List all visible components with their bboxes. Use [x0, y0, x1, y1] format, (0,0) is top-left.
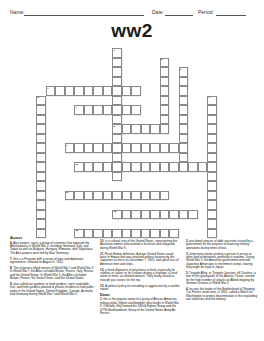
grid-cell[interactable]	[207, 134, 217, 144]
grid-cell[interactable]	[36, 219, 46, 229]
clue-across-13: 13. A political policy of conceding to a…	[100, 285, 180, 292]
grid-cell[interactable]	[131, 229, 141, 239]
grid-cell[interactable]	[160, 124, 170, 134]
clue-down-1: 1. this is the popular name of a group o…	[100, 298, 180, 315]
grid-cell[interactable]	[179, 143, 189, 153]
grid-cell[interactable]	[122, 86, 132, 96]
clue-down-2: 2. war bond consists of debt securities …	[186, 240, 258, 250]
grid-cell[interactable]: 8	[112, 124, 122, 134]
grid-cell[interactable]	[160, 67, 170, 77]
grid-cell[interactable]: 1	[112, 48, 122, 58]
grid-cell[interactable]	[93, 162, 103, 172]
clue-across-12: 12. a fixed allowance of provisions or f…	[100, 269, 180, 283]
grid-cell[interactable]	[112, 67, 122, 77]
clue-across-7: 7. this is a Program with a series of la…	[10, 258, 95, 265]
grid-cell[interactable]: 12	[112, 210, 122, 220]
grid-cell[interactable]	[93, 105, 103, 115]
puzzle-title: ww2	[0, 20, 264, 42]
grid-cell[interactable]	[131, 191, 141, 201]
clue-number: 5	[37, 96, 38, 99]
grid-cell[interactable]	[160, 77, 170, 87]
grid-cell[interactable]	[112, 96, 122, 106]
grid-cell[interactable]	[36, 210, 46, 220]
across-heading: Across	[10, 237, 95, 240]
grid-cell[interactable]	[112, 172, 122, 182]
grid-cell[interactable]	[93, 191, 103, 201]
grid-cell[interactable]	[131, 162, 141, 172]
grid-cell[interactable]	[131, 143, 141, 153]
grid-cell[interactable]	[150, 162, 160, 172]
grid-cell[interactable]	[131, 124, 141, 134]
grid-cell[interactable]	[179, 77, 189, 87]
grid-cell[interactable]	[160, 86, 170, 96]
grid-cell[interactable]	[93, 86, 103, 96]
grid-cell[interactable]	[36, 115, 46, 125]
grid-cell[interactable]	[74, 86, 84, 96]
crossword-grid: 12345678910111213	[36, 48, 217, 238]
grid-cell[interactable]	[112, 115, 122, 125]
grid-cell[interactable]	[36, 143, 46, 153]
clue-number: 12	[113, 210, 116, 213]
grid-cell[interactable]	[207, 191, 217, 201]
grid-cell[interactable]	[74, 191, 84, 201]
grid-cell[interactable]	[141, 162, 151, 172]
grid-cell[interactable]	[103, 86, 113, 96]
grid-cell[interactable]	[179, 86, 189, 96]
grid-cell[interactable]	[179, 124, 189, 134]
grid-cell[interactable]	[179, 105, 189, 115]
grid-cell[interactable]	[93, 143, 103, 153]
grid-cell[interactable]	[179, 134, 189, 144]
grid-cell[interactable]	[103, 143, 113, 153]
grid-cell[interactable]	[131, 105, 141, 115]
grid-cell[interactable]	[84, 86, 94, 96]
clue-number: 10	[75, 163, 78, 166]
clue-down-5: 5. Torpedo Alley, or Torpedo Junction, o…	[186, 272, 258, 286]
clue-across-4: 4. Axis powers, noun, a group of countri…	[10, 242, 95, 256]
clue-number: 4	[47, 87, 48, 90]
grid-cell[interactable]	[103, 162, 113, 172]
grid-cell[interactable]	[160, 96, 170, 106]
name-field[interactable]	[24, 15, 144, 16]
grid-cell[interactable]	[160, 210, 170, 220]
grid-cell[interactable]: 2	[160, 58, 170, 68]
clue-number: 7	[75, 106, 76, 109]
grid-cell[interactable]	[74, 143, 84, 153]
period-label: Period:	[198, 9, 214, 15]
grid-cell[interactable]	[169, 229, 179, 239]
grid-cell[interactable]	[36, 191, 46, 201]
grid-cell[interactable]	[122, 105, 132, 115]
grid-cell[interactable]	[141, 210, 151, 220]
grid-cell[interactable]	[103, 191, 113, 201]
grid-cell[interactable]	[112, 58, 122, 68]
date-label: Date:	[152, 9, 164, 15]
clue-across-10: 10. is a cultural icon of the United Sta…	[100, 240, 180, 250]
grid-cell[interactable]	[84, 105, 94, 115]
grid-cell[interactable]	[207, 229, 217, 239]
grid-cell[interactable]: 4	[46, 86, 56, 96]
grid-cell[interactable]: 9	[65, 143, 75, 153]
grid-cell[interactable]	[160, 229, 170, 239]
clue-number: 1	[113, 49, 114, 52]
grid-cell[interactable]	[122, 162, 132, 172]
grid-cell[interactable]	[160, 162, 170, 172]
grid-cell[interactable]	[179, 210, 189, 220]
grid-cell[interactable]	[36, 134, 46, 144]
grid-cell[interactable]	[141, 191, 151, 201]
grid-cell[interactable]	[207, 143, 217, 153]
grid-cell[interactable]	[103, 105, 113, 115]
period-field[interactable]	[216, 15, 246, 16]
clue-across-9: 9. also called war gardens or food garde…	[10, 283, 95, 297]
grid-cell[interactable]	[122, 229, 132, 239]
grid-cell[interactable]	[169, 143, 179, 153]
grid-cell[interactable]	[141, 229, 151, 239]
grid-cell[interactable]	[112, 134, 122, 144]
clue-column-2: 10. is a cultural icon of the United Sta…	[100, 240, 180, 318]
grid-cell[interactable]: 10	[74, 162, 84, 172]
clue-number: 8	[113, 125, 114, 128]
clue-number: 6	[208, 96, 209, 99]
clue-column-3: 2. war bond consists of debt securities …	[186, 240, 258, 304]
grid-cell[interactable]	[150, 124, 160, 134]
grid-cell[interactable]	[207, 115, 217, 125]
grid-cell[interactable]	[198, 162, 208, 172]
grid-cell[interactable]	[160, 143, 170, 153]
grid-cell[interactable]	[112, 229, 122, 239]
grid-cell[interactable]	[122, 143, 132, 153]
grid-cell[interactable]: 7	[74, 105, 84, 115]
grid-cell[interactable]	[65, 86, 75, 96]
grid-cell[interactable]	[160, 115, 170, 125]
grid-cell[interactable]	[207, 172, 217, 182]
worksheet-header: Name: Date: Period:	[10, 9, 254, 18]
grid-cell[interactable]	[84, 143, 94, 153]
grid-cell[interactable]	[207, 210, 217, 220]
grid-cell[interactable]	[179, 162, 189, 172]
grid-cell[interactable]	[122, 124, 132, 134]
grid-cell[interactable]	[36, 200, 46, 210]
grid-cell[interactable]	[150, 191, 160, 201]
grid-cell[interactable]	[141, 143, 151, 153]
grid-cell[interactable]	[188, 210, 198, 220]
grid-cell[interactable]	[131, 86, 141, 96]
grid-cell[interactable]: 6	[207, 96, 217, 106]
grid-cell[interactable]	[36, 181, 46, 191]
grid-cell[interactable]	[160, 191, 170, 201]
grid-cell[interactable]	[36, 153, 46, 163]
grid-cell[interactable]	[112, 86, 122, 96]
grid-cell[interactable]	[36, 162, 46, 172]
grid-cell[interactable]	[122, 191, 132, 201]
grid-cell[interactable]	[207, 153, 217, 163]
clue-number: 13	[75, 229, 78, 232]
grid-cell[interactable]	[131, 210, 141, 220]
clue-number: 3	[180, 68, 181, 71]
grid-cell[interactable]	[150, 210, 160, 220]
clue-column-1: Across4. Axis powers, noun, a group of c…	[10, 237, 95, 299]
clue-number: 9	[66, 144, 67, 147]
grid-cell[interactable]	[207, 124, 217, 134]
grid-cell[interactable]	[179, 96, 189, 106]
name-label: Name:	[10, 9, 25, 15]
grid-cell[interactable]	[112, 105, 122, 115]
grid-cell[interactable]	[103, 229, 113, 239]
grid-cell[interactable]	[179, 115, 189, 125]
grid-cell[interactable]	[188, 162, 198, 172]
grid-cell[interactable]	[207, 162, 217, 172]
grid-cell[interactable]	[112, 143, 122, 153]
grid-cell[interactable]	[169, 210, 179, 220]
clue-number: 2	[161, 58, 162, 61]
grid-cell[interactable]	[160, 105, 170, 115]
grid-cell[interactable]	[207, 200, 217, 210]
grid-cell[interactable]	[36, 105, 46, 115]
grid-cell[interactable]	[112, 77, 122, 87]
grid-cell[interactable]	[36, 124, 46, 134]
worksheet-page: { "game": "crossword", "title": "ww2", "…	[0, 0, 264, 341]
grid-cell[interactable]	[112, 162, 122, 172]
grid-cell[interactable]	[207, 181, 217, 191]
grid-cell[interactable]	[207, 219, 217, 229]
grid-cell[interactable]	[55, 86, 65, 96]
grid-cell[interactable]: 3	[179, 67, 189, 77]
grid-cell[interactable]	[84, 162, 94, 172]
date-field[interactable]	[165, 15, 193, 16]
grid-cell[interactable]	[36, 172, 46, 182]
clue-number: 11	[66, 191, 69, 194]
grid-cell[interactable]	[150, 143, 160, 153]
grid-cell[interactable]	[207, 105, 217, 115]
clue-down-3: 3. Internment means putting a person in …	[186, 253, 258, 270]
grid-cell[interactable]	[84, 191, 94, 201]
grid-cell[interactable]	[169, 162, 179, 172]
grid-cell[interactable]	[179, 153, 189, 163]
grid-cell[interactable]	[112, 153, 122, 163]
grid-cell[interactable]: 5	[36, 96, 46, 106]
clue-across-11: 11. Pearl Harbor definition. A major Uni…	[100, 253, 180, 267]
clue-across-8: 8. The victorious allied nations of Worl…	[10, 267, 95, 281]
grid-cell[interactable]	[122, 210, 132, 220]
grid-cell[interactable]	[141, 124, 151, 134]
grid-cell[interactable]: 11	[65, 191, 75, 201]
clue-down-6: 6. he was the leader of the Brotherhood …	[186, 288, 258, 302]
grid-cell[interactable]	[112, 191, 122, 201]
grid-cell[interactable]	[150, 229, 160, 239]
